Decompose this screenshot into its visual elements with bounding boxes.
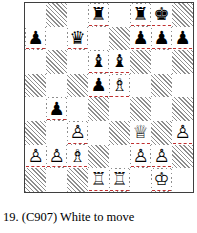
piece-black-pawn-b4: ♟ (47, 98, 66, 120)
square-g1: ♔ (151, 168, 172, 192)
square-d7 (88, 27, 109, 51)
square-h6 (172, 50, 193, 74)
piece-white-pawn-h3: ♙ (173, 122, 192, 144)
piece-black-pawn-g7: ♟ (152, 27, 171, 49)
square-f6 (130, 50, 151, 74)
chess-board: ♜♜♚♟♛♟♟♟♝♝♟♗♟♙♕♙♙♙♗♙♙♖♖♔ (24, 2, 194, 193)
square-c4 (67, 97, 88, 121)
piece-white-rook-d1: ♖ (89, 169, 108, 191)
square-b7 (46, 27, 67, 51)
square-c8 (67, 3, 88, 27)
piece-white-pawn-c3: ♙ (68, 122, 87, 144)
square-f3: ♕ (130, 121, 151, 145)
piece-black-pawn-d5: ♟ (89, 75, 108, 97)
square-a3 (25, 121, 46, 145)
piece-white-pawn-b2: ♙ (47, 145, 66, 167)
square-e2 (109, 145, 130, 169)
square-e7 (109, 27, 130, 51)
square-e3 (109, 121, 130, 145)
square-a5 (25, 74, 46, 98)
square-c7: ♛ (67, 27, 88, 51)
piece-black-king-g8: ♚ (152, 4, 171, 26)
square-b1 (46, 168, 67, 192)
square-f7: ♟ (130, 27, 151, 51)
square-c1 (67, 168, 88, 192)
piece-white-rook-e1: ♖ (110, 169, 129, 191)
square-b6 (46, 50, 67, 74)
square-f2: ♙ (130, 145, 151, 169)
piece-white-pawn-f2: ♙ (131, 145, 150, 167)
square-g8: ♚ (151, 3, 172, 27)
square-b8 (46, 3, 67, 27)
square-a2: ♙ (25, 145, 46, 169)
piece-white-pawn-g2: ♙ (152, 145, 171, 167)
square-b4: ♟ (46, 97, 67, 121)
square-a1 (25, 168, 46, 192)
square-e1: ♖ (109, 168, 130, 192)
square-a6 (25, 50, 46, 74)
piece-white-pawn-a2: ♙ (26, 145, 45, 167)
square-h2 (172, 145, 193, 169)
square-d4 (88, 97, 109, 121)
square-h4 (172, 97, 193, 121)
piece-black-pawn-h7: ♟ (173, 27, 192, 49)
piece-black-bishop-e6: ♝ (110, 51, 129, 73)
piece-black-pawn-f7: ♟ (131, 27, 150, 49)
diagram-caption: 19. (C907) White to move (3, 210, 134, 225)
square-b3 (46, 121, 67, 145)
square-a8 (25, 3, 46, 27)
square-g2: ♙ (151, 145, 172, 169)
square-a7: ♟ (25, 27, 46, 51)
piece-black-rook-d8: ♜ (89, 4, 108, 26)
piece-black-pawn-a7: ♟ (26, 27, 45, 49)
square-e4 (109, 97, 130, 121)
piece-white-bishop-c2: ♗ (68, 145, 87, 167)
piece-black-rook-f8: ♜ (131, 4, 150, 26)
square-d8: ♜ (88, 3, 109, 27)
square-a4 (25, 97, 46, 121)
square-f8: ♜ (130, 3, 151, 27)
square-h8 (172, 3, 193, 27)
piece-white-bishop-e5: ♗ (110, 75, 129, 97)
piece-black-bishop-d6: ♝ (89, 51, 108, 73)
square-h7: ♟ (172, 27, 193, 51)
square-d3 (88, 121, 109, 145)
square-e8 (109, 3, 130, 27)
square-d5: ♟ (88, 74, 109, 98)
square-h3: ♙ (172, 121, 193, 145)
square-g4 (151, 97, 172, 121)
square-b2: ♙ (46, 145, 67, 169)
square-c6 (67, 50, 88, 74)
square-h5 (172, 74, 193, 98)
square-e6: ♝ (109, 50, 130, 74)
square-f1 (130, 168, 151, 192)
square-e5: ♗ (109, 74, 130, 98)
square-h1 (172, 168, 193, 192)
piece-black-queen-c7: ♛ (68, 27, 87, 49)
square-d2 (88, 145, 109, 169)
square-g7: ♟ (151, 27, 172, 51)
piece-white-king-g1: ♔ (152, 169, 171, 191)
square-b5 (46, 74, 67, 98)
square-g3 (151, 121, 172, 145)
square-d1: ♖ (88, 168, 109, 192)
square-c2: ♗ (67, 145, 88, 169)
square-f5 (130, 74, 151, 98)
square-f4 (130, 97, 151, 121)
piece-white-queen-f3: ♕ (131, 122, 150, 144)
diagram-page: ♜♜♚♟♛♟♟♟♝♝♟♗♟♙♕♙♙♙♗♙♙♖♖♔ 19. (C907) Whit… (0, 0, 197, 233)
square-g6 (151, 50, 172, 74)
square-c5 (67, 74, 88, 98)
square-g5 (151, 74, 172, 98)
square-d6: ♝ (88, 50, 109, 74)
square-c3: ♙ (67, 121, 88, 145)
